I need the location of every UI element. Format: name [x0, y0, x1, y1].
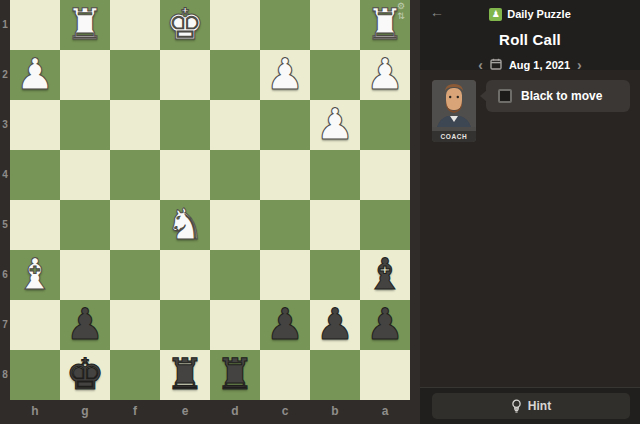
square-g2[interactable] — [60, 50, 110, 100]
square-g3[interactable] — [60, 100, 110, 150]
panel-title: Daily Puzzle — [507, 8, 571, 20]
prev-day-button[interactable]: ‹ — [478, 59, 483, 71]
square-a6[interactable]: ♝ — [360, 250, 410, 300]
piece-black-rook[interactable]: ♜ — [210, 350, 260, 400]
square-a5[interactable] — [360, 200, 410, 250]
square-c3[interactable] — [260, 100, 310, 150]
square-h7[interactable] — [10, 300, 60, 350]
panel-header: ← ♟ Daily Puzzle Roll Call ‹ Aug 1, 2021 — [420, 0, 640, 70]
date-navigation: ‹ Aug 1, 2021 › — [420, 56, 640, 74]
hint-button[interactable]: Hint — [432, 393, 630, 419]
rank-label-1: 1 — [0, 0, 10, 50]
square-f4[interactable] — [110, 150, 160, 200]
square-c4[interactable] — [260, 150, 310, 200]
file-label-f: f — [110, 400, 160, 424]
board: ♜♚♜♟♟♟♟♞♝♝♟♟♟♟♚♜♜ — [10, 0, 410, 400]
square-h5[interactable] — [10, 200, 60, 250]
settings-gear-icon[interactable]: ⚙ — [394, 1, 408, 11]
square-f7[interactable] — [110, 300, 160, 350]
square-g6[interactable] — [60, 250, 110, 300]
rank-label-4: 4 — [0, 150, 10, 200]
flip-board-icon[interactable]: ⇅ — [394, 11, 408, 21]
file-label-e: e — [160, 400, 210, 424]
square-d8[interactable]: ♜ — [210, 350, 260, 400]
square-g1[interactable]: ♜ — [60, 0, 110, 50]
piece-black-rook[interactable]: ♜ — [160, 350, 210, 400]
piece-white-king[interactable]: ♚ — [160, 0, 210, 50]
square-b5[interactable] — [310, 200, 360, 250]
square-a2[interactable]: ♟ — [360, 50, 410, 100]
square-h2[interactable]: ♟ — [10, 50, 60, 100]
file-labels: hgfedcba — [10, 400, 410, 424]
square-e2[interactable] — [160, 50, 210, 100]
square-e5[interactable]: ♞ — [160, 200, 210, 250]
square-f5[interactable] — [110, 200, 160, 250]
square-e8[interactable]: ♜ — [160, 350, 210, 400]
square-c2[interactable]: ♟ — [260, 50, 310, 100]
square-a4[interactable] — [360, 150, 410, 200]
square-d6[interactable] — [210, 250, 260, 300]
rank-label-5: 5 — [0, 200, 10, 250]
square-g4[interactable] — [60, 150, 110, 200]
lightbulb-icon — [511, 399, 522, 413]
file-label-c: c — [260, 400, 310, 424]
piece-white-rook[interactable]: ♜ — [60, 0, 110, 50]
square-c1[interactable] — [260, 0, 310, 50]
square-d4[interactable] — [210, 150, 260, 200]
square-f8[interactable] — [110, 350, 160, 400]
next-day-button[interactable]: › — [577, 59, 582, 71]
file-label-g: g — [60, 400, 110, 424]
coach-message-bubble: Black to move — [486, 80, 630, 112]
rank-label-6: 6 — [0, 250, 10, 300]
rank-label-3: 3 — [0, 100, 10, 150]
square-d1[interactable] — [210, 0, 260, 50]
puzzle-panel: ← ♟ Daily Puzzle Roll Call ‹ Aug 1, 2021 — [420, 0, 640, 424]
coach-avatar: COACH — [432, 80, 476, 142]
calendar-icon — [490, 56, 502, 74]
square-c5[interactable] — [260, 200, 310, 250]
piece-white-pawn[interactable]: ♟ — [260, 50, 310, 100]
square-c7[interactable]: ♟ — [260, 300, 310, 350]
daily-puzzle-icon: ♟ — [489, 8, 502, 21]
square-e7[interactable] — [160, 300, 210, 350]
square-b7[interactable]: ♟ — [310, 300, 360, 350]
daily-puzzle-app: 12345678 ♜♚♜♟♟♟♟♞♝♝♟♟♟♟♚♜♜ hgfedcba ⚙ ⇅ … — [0, 0, 640, 424]
piece-black-king[interactable]: ♚ — [60, 350, 110, 400]
puzzle-name: Roll Call — [420, 31, 640, 48]
rank-label-7: 7 — [0, 300, 10, 350]
board-section: 12345678 ♜♚♜♟♟♟♟♞♝♝♟♟♟♟♚♜♜ hgfedcba ⚙ ⇅ — [0, 0, 420, 424]
square-a7[interactable]: ♟ — [360, 300, 410, 350]
square-d7[interactable] — [210, 300, 260, 350]
file-label-d: d — [210, 400, 260, 424]
square-b6[interactable] — [310, 250, 360, 300]
rank-labels: 12345678 — [0, 0, 10, 400]
square-g8[interactable]: ♚ — [60, 350, 110, 400]
square-e1[interactable]: ♚ — [160, 0, 210, 50]
panel-footer: Hint — [420, 387, 640, 424]
square-f6[interactable] — [110, 250, 160, 300]
file-label-b: b — [310, 400, 360, 424]
square-e4[interactable] — [160, 150, 210, 200]
square-e6[interactable] — [160, 250, 210, 300]
square-d3[interactable] — [210, 100, 260, 150]
puzzle-date: Aug 1, 2021 — [509, 59, 570, 71]
piece-black-pawn[interactable]: ♟ — [310, 300, 360, 350]
piece-white-pawn[interactable]: ♟ — [360, 50, 410, 100]
black-color-swatch — [498, 89, 512, 103]
square-h3[interactable] — [10, 100, 60, 150]
square-b2[interactable] — [310, 50, 360, 100]
rank-label-2: 2 — [0, 50, 10, 100]
square-a3[interactable] — [360, 100, 410, 150]
piece-black-bishop[interactable]: ♝ — [360, 250, 410, 300]
square-h8[interactable] — [10, 350, 60, 400]
square-h4[interactable] — [10, 150, 60, 200]
piece-black-pawn[interactable]: ♟ — [260, 300, 310, 350]
file-label-a: a — [360, 400, 410, 424]
piece-black-pawn[interactable]: ♟ — [60, 300, 110, 350]
square-a8[interactable] — [360, 350, 410, 400]
piece-black-pawn[interactable]: ♟ — [360, 300, 410, 350]
coach-label: COACH — [432, 131, 476, 142]
square-b8[interactable] — [310, 350, 360, 400]
bubble-tail — [480, 90, 487, 102]
square-e3[interactable] — [160, 100, 210, 150]
square-h1[interactable] — [10, 0, 60, 50]
coach-avatar-image — [432, 80, 476, 127]
rank-label-8: 8 — [0, 350, 10, 400]
square-b4[interactable] — [310, 150, 360, 200]
square-f1[interactable] — [110, 0, 160, 50]
to-move-text: Black to move — [521, 89, 602, 103]
square-f3[interactable] — [110, 100, 160, 150]
square-f2[interactable] — [110, 50, 160, 100]
piece-white-pawn[interactable]: ♟ — [310, 100, 360, 150]
square-c6[interactable] — [260, 250, 310, 300]
hint-label: Hint — [528, 399, 551, 413]
square-c8[interactable] — [260, 350, 310, 400]
square-g5[interactable] — [60, 200, 110, 250]
square-g7[interactable]: ♟ — [60, 300, 110, 350]
file-label-h: h — [10, 400, 60, 424]
square-b1[interactable] — [310, 0, 360, 50]
piece-white-pawn[interactable]: ♟ — [10, 50, 60, 100]
square-d2[interactable] — [210, 50, 260, 100]
piece-white-bishop[interactable]: ♝ — [10, 250, 60, 300]
square-b3[interactable]: ♟ — [310, 100, 360, 150]
piece-white-knight[interactable]: ♞ — [160, 200, 210, 250]
square-h6[interactable]: ♝ — [10, 250, 60, 300]
back-arrow-icon[interactable]: ← — [430, 4, 444, 20]
square-d5[interactable] — [210, 200, 260, 250]
